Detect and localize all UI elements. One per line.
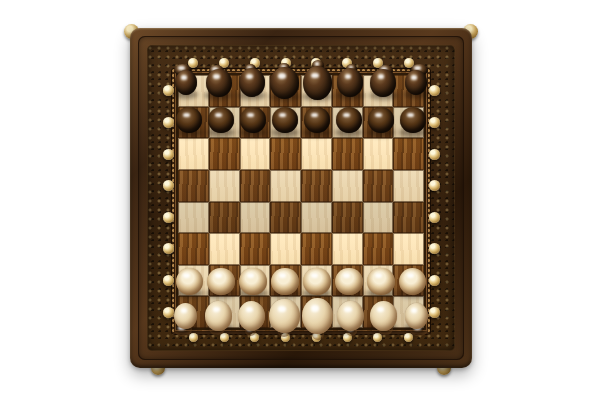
chess-board — [130, 28, 472, 368]
pieces-layer — [130, 28, 472, 368]
chess-set-photo — [0, 0, 600, 400]
